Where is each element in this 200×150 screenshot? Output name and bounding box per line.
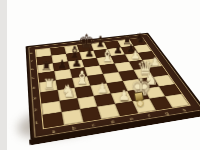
board-square: ♟ (53, 61, 70, 71)
rank-label: 7 (30, 60, 33, 63)
board-square: ♟ (111, 91, 133, 104)
black-pawn: ♟ (84, 47, 94, 58)
black-knight: ♞ (134, 32, 146, 45)
clasp-ring (136, 99, 144, 107)
rank-label: 2 (34, 108, 38, 112)
board-grid: ♚♝♜♞♝♟♟♟♜♟♟♝♟♟♜♝♛♞♟♞♟♚ (35, 37, 191, 129)
file-label: b (72, 126, 76, 131)
board-square (43, 112, 64, 128)
board-square: ♜ (37, 63, 54, 73)
board-square: ♞ (57, 88, 76, 101)
file-label: e (129, 117, 134, 121)
board-square: ♟ (91, 83, 111, 95)
rank-label: 4 (32, 87, 35, 90)
rank-label: 8 (30, 52, 33, 54)
white-pawn: ♟ (118, 89, 130, 103)
file-label: d (110, 120, 115, 124)
rank-label: 5 (31, 77, 34, 80)
white-bishop: ♝ (100, 48, 115, 64)
black-pawn: ♟ (57, 59, 68, 71)
file-label: h (182, 109, 187, 113)
chess-board-wrap: 87654321 abcdefgh ♚♝♜♞♝♟♟♟♜♟♟♝♟♟♜♝♛♞♟♞♟♚ (26, 33, 200, 141)
rank-label: 1 (35, 121, 39, 125)
file-label: g (164, 112, 169, 116)
file-label: a (52, 130, 56, 135)
white-rook: ♜ (43, 77, 56, 91)
white-pawn: ♟ (96, 81, 108, 94)
white-knight: ♞ (61, 83, 76, 100)
black-rook: ♜ (40, 59, 52, 72)
rank-label: 6 (31, 68, 34, 71)
board-square: ♝ (96, 56, 114, 66)
photo-scene: 87654321 abcdefgh ♚♝♜♞♝♟♟♟♜♟♟♝♟♟♜♝♛♞♟♞♟♚ (0, 0, 200, 150)
white-bishop: ♝ (74, 69, 90, 87)
board-square: ♟ (80, 50, 97, 59)
file-label: f (148, 114, 152, 118)
chess-board: 87654321 abcdefgh ♚♝♜♞♝♟♟♟♜♟♟♝♟♟♜♝♛♞♟♞♟♚ (26, 33, 200, 141)
rank-label: 3 (33, 97, 36, 101)
file-label: c (92, 123, 96, 127)
background-strip (0, 0, 7, 150)
board-square: ♜ (39, 80, 57, 92)
